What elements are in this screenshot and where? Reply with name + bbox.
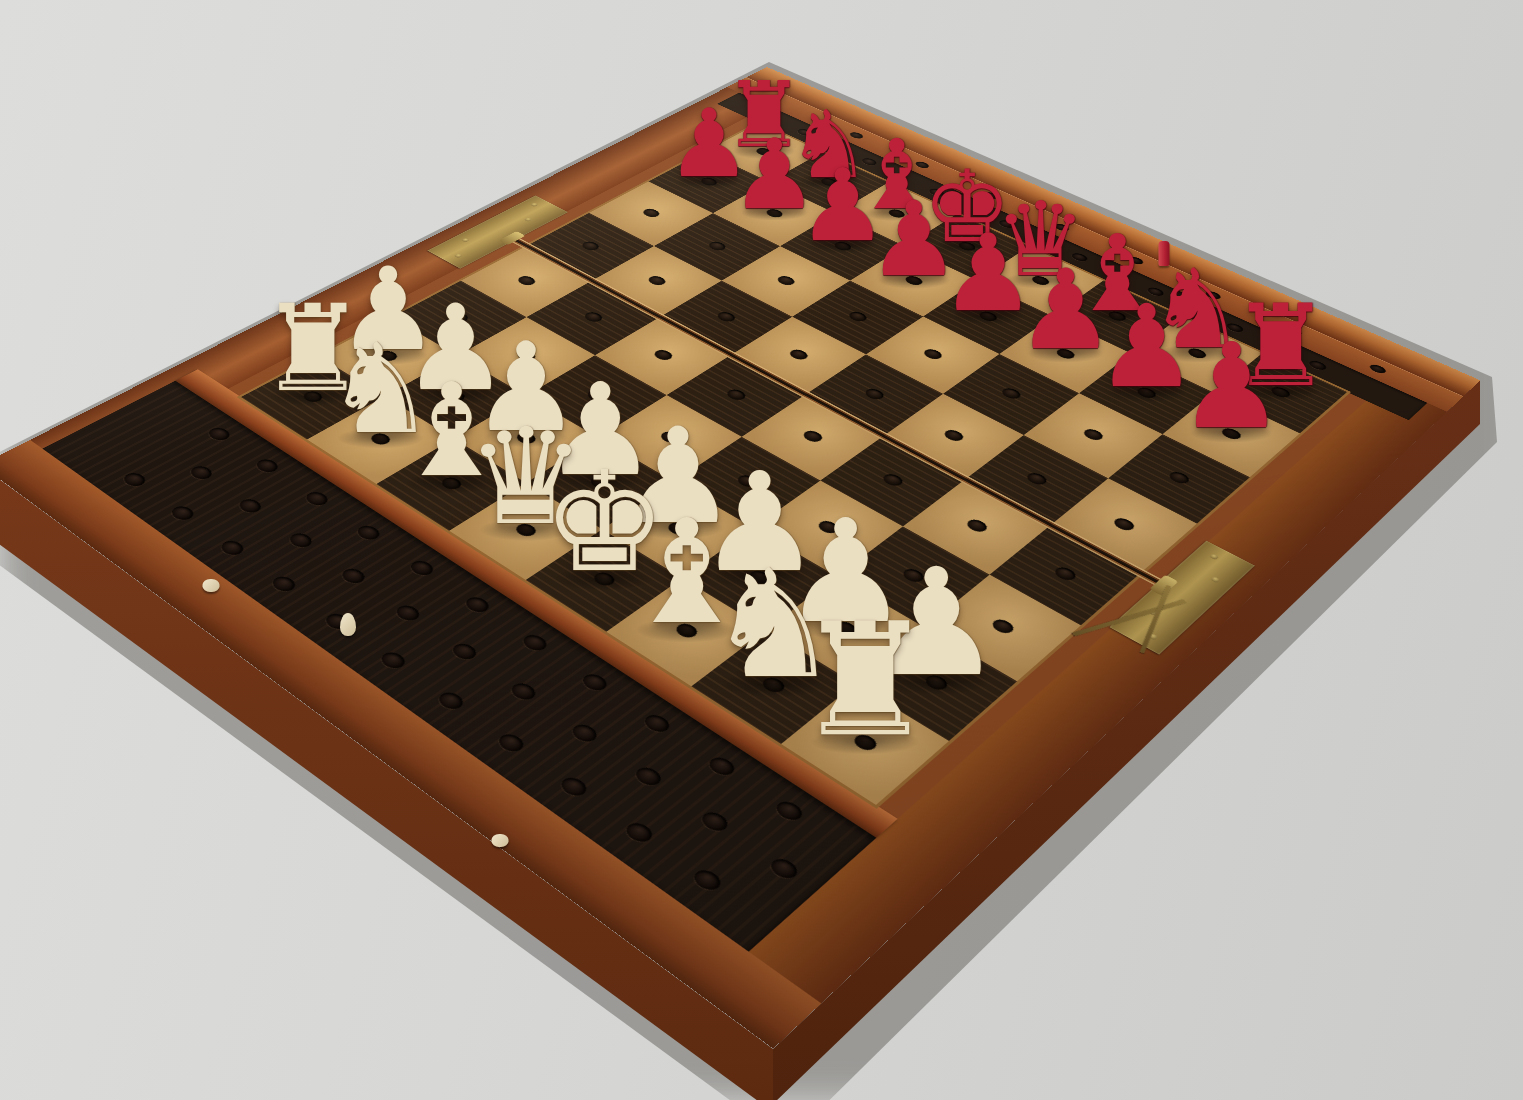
storage-peg-hole [697,809,732,835]
storage-peg-hole [981,191,999,200]
storage-peg-hole [322,611,354,632]
storage-peg-hole [1145,286,1166,297]
storage-peg-hole [631,764,665,789]
storage-peg-hole [168,504,198,523]
storage-peg-hole [253,457,282,475]
storage-peg-hole [860,157,879,167]
storage-peg-hole [507,680,540,703]
storage-peg-hole [494,731,527,755]
storage-peg-hole [579,671,611,693]
storage-peg-hole [568,721,601,744]
storage-peg-hole [205,426,233,443]
storage-peg-hole [848,131,866,140]
storage-peg-hole [1368,363,1388,375]
storage-peg-hole [795,128,814,137]
storage-peg-hole [187,464,216,482]
storage-peg-hole [1307,359,1329,371]
storage-peg-hole [622,820,657,846]
storage-peg-hole [772,798,806,823]
storage-peg-hole [302,490,331,508]
storage-peg-hole [217,538,247,557]
storage-peg-hole [235,497,265,516]
storage-peg-hole [435,690,468,713]
storage-peg-hole [449,641,481,663]
storage-peg-hole [377,650,409,672]
storage-peg-hole [1126,256,1145,266]
storage-peg-hole [1052,223,1071,233]
storage-peg-hole [1069,252,1089,263]
storage-peg-hole [1224,322,1245,334]
storage-peg-hole [338,566,369,586]
storage-peg-hole [519,632,551,653]
storage-peg-hole [286,531,316,550]
storage-peg-hole [1203,290,1222,301]
storage-peg-hole [462,595,493,616]
storage-peg-hole [690,867,726,894]
storage-peg-hole [913,160,931,169]
storage-peg-hole [997,219,1017,229]
storage-peg-hole [120,471,149,489]
storage-peg-hole [766,855,801,882]
storage-peg-hole [927,187,946,197]
storage-peg-hole [557,774,591,799]
storage-peg-hole [354,523,384,542]
storage-peg-hole [705,754,739,778]
storage-peg-hole [268,574,299,594]
storage-peg-hole [1284,326,1304,337]
chess-box: LONDON [0,67,1480,1049]
storage-peg-hole [641,712,674,735]
storage-peg-hole [392,603,423,624]
storage-peg-hole [407,558,438,578]
